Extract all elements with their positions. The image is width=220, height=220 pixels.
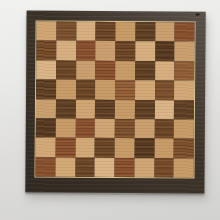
square-a6[interactable] — [36, 60, 56, 80]
square-g6[interactable] — [155, 61, 175, 81]
square-c2[interactable] — [75, 138, 95, 158]
square-a7[interactable] — [36, 41, 56, 61]
square-c8[interactable] — [76, 22, 96, 42]
square-e4[interactable] — [115, 99, 135, 119]
square-f5[interactable] — [135, 80, 155, 100]
square-e8[interactable] — [115, 22, 135, 42]
square-g8[interactable] — [155, 22, 175, 42]
square-b7[interactable] — [56, 41, 76, 61]
square-d2[interactable] — [95, 138, 115, 158]
square-f6[interactable] — [135, 61, 155, 81]
square-f1[interactable] — [134, 158, 154, 178]
square-b8[interactable] — [56, 22, 76, 42]
square-a8[interactable] — [36, 21, 56, 41]
square-h3[interactable] — [174, 119, 194, 139]
square-e2[interactable] — [115, 138, 135, 158]
square-h2[interactable] — [174, 139, 194, 159]
square-c3[interactable] — [75, 119, 95, 139]
square-h8[interactable] — [175, 22, 195, 42]
square-h5[interactable] — [174, 81, 194, 101]
square-b2[interactable] — [55, 138, 75, 158]
square-a3[interactable] — [36, 118, 56, 138]
square-d6[interactable] — [95, 61, 115, 81]
square-g5[interactable] — [155, 80, 175, 100]
square-d5[interactable] — [95, 80, 115, 100]
square-h7[interactable] — [175, 42, 195, 62]
square-c4[interactable] — [75, 99, 95, 119]
square-f4[interactable] — [135, 100, 155, 120]
square-f3[interactable] — [134, 119, 154, 139]
square-d3[interactable] — [95, 119, 115, 139]
square-h1[interactable] — [174, 158, 194, 178]
square-d8[interactable] — [96, 22, 116, 42]
square-f7[interactable] — [135, 42, 155, 62]
square-e3[interactable] — [115, 119, 135, 139]
square-e6[interactable] — [115, 61, 135, 81]
photo-backdrop — [0, 0, 220, 220]
square-f2[interactable] — [134, 138, 154, 158]
square-e5[interactable] — [115, 80, 135, 100]
square-e1[interactable] — [114, 158, 134, 178]
square-h4[interactable] — [174, 100, 194, 120]
square-f8[interactable] — [135, 22, 155, 42]
chess-board — [25, 10, 205, 193]
square-c5[interactable] — [76, 80, 96, 100]
square-c7[interactable] — [76, 41, 96, 61]
square-g3[interactable] — [154, 119, 174, 139]
square-a2[interactable] — [36, 138, 56, 158]
wood-knot — [196, 14, 200, 16]
square-a4[interactable] — [36, 99, 56, 119]
square-g7[interactable] — [155, 42, 175, 62]
square-b6[interactable] — [56, 60, 76, 80]
square-b3[interactable] — [55, 118, 75, 138]
square-d1[interactable] — [95, 157, 115, 177]
square-g1[interactable] — [154, 158, 174, 178]
square-h6[interactable] — [174, 61, 194, 81]
square-d7[interactable] — [96, 41, 116, 61]
square-b5[interactable] — [56, 80, 76, 100]
square-g4[interactable] — [154, 100, 174, 120]
board-playing-field — [34, 20, 195, 178]
square-a1[interactable] — [35, 157, 55, 177]
square-c1[interactable] — [75, 157, 95, 177]
square-e7[interactable] — [115, 41, 135, 61]
square-a5[interactable] — [36, 80, 56, 100]
square-g2[interactable] — [154, 139, 174, 159]
square-b4[interactable] — [56, 99, 76, 119]
square-b1[interactable] — [55, 157, 75, 177]
square-c6[interactable] — [76, 60, 96, 80]
square-d4[interactable] — [95, 99, 115, 119]
